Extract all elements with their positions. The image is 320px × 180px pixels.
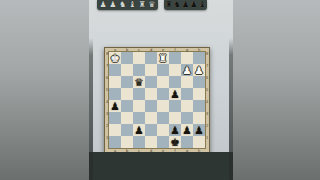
square-c7[interactable] — [133, 64, 145, 76]
square-b7[interactable] — [121, 64, 133, 76]
captured-white-bishop-icon: ♝ — [129, 0, 136, 10]
square-g8[interactable] — [181, 52, 193, 64]
square-a4[interactable]: ♟ — [109, 100, 121, 112]
black-pawn-a4[interactable]: ♟ — [109, 100, 121, 112]
square-c1[interactable] — [133, 136, 145, 148]
square-f2[interactable]: ♟ — [169, 124, 181, 136]
square-f1[interactable]: ♚ — [169, 136, 181, 148]
square-d3[interactable] — [145, 112, 157, 124]
square-e3[interactable] — [157, 112, 169, 124]
square-a7[interactable] — [109, 64, 121, 76]
captured-black-bishop-icon: ♝ — [199, 0, 206, 10]
square-h2[interactable]: ♟ — [193, 124, 205, 136]
captured-pieces-tray-white: ♟♟♞♝♜♛ — [97, 0, 158, 10]
square-d6[interactable] — [145, 76, 157, 88]
captured-black-pawn-icon: ♟ — [190, 0, 197, 10]
captured-white-queen-icon: ♛ — [148, 0, 155, 10]
square-e6[interactable] — [157, 76, 169, 88]
square-f7[interactable] — [169, 64, 181, 76]
square-c8[interactable] — [133, 52, 145, 64]
square-b3[interactable] — [121, 112, 133, 124]
black-pawn-f2[interactable]: ♟ — [169, 124, 181, 136]
square-d5[interactable] — [145, 88, 157, 100]
square-h7[interactable]: ♟ — [193, 64, 205, 76]
square-e2[interactable] — [157, 124, 169, 136]
board-grid: ♚♜♟♟♛♟♟♟♟♟♟♚ — [109, 52, 205, 148]
square-d1[interactable] — [145, 136, 157, 148]
square-a3[interactable] — [109, 112, 121, 124]
square-c2[interactable]: ♟ — [133, 124, 145, 136]
captured-white-knight-icon: ♞ — [119, 0, 126, 10]
chess-board: abcdefgh 87654321 87654321 abcdefgh ♚♜♟♟… — [104, 47, 210, 154]
square-e1[interactable] — [157, 136, 169, 148]
square-a5[interactable] — [109, 88, 121, 100]
black-king-f1[interactable]: ♚ — [169, 136, 181, 148]
square-h5[interactable] — [193, 88, 205, 100]
square-g5[interactable] — [181, 88, 193, 100]
square-d8[interactable] — [145, 52, 157, 64]
rank-labels-right: 87654321 — [205, 52, 209, 148]
captured-black-knight-icon: ♞ — [174, 0, 181, 10]
square-g7[interactable]: ♟ — [181, 64, 193, 76]
black-pawn-f5[interactable]: ♟ — [169, 88, 181, 100]
captured-pieces-tray-black: ♜♞♟♟♝ — [164, 0, 207, 10]
square-g2[interactable]: ♟ — [181, 124, 193, 136]
square-a8[interactable]: ♚ — [109, 52, 121, 64]
black-pawn-g2[interactable]: ♟ — [181, 124, 193, 136]
left-edge-shadow — [89, 38, 93, 180]
square-a1[interactable] — [109, 136, 121, 148]
square-f4[interactable] — [169, 100, 181, 112]
square-f6[interactable] — [169, 76, 181, 88]
captured-white-rook-icon: ♜ — [139, 0, 146, 10]
square-h6[interactable] — [193, 76, 205, 88]
square-e4[interactable] — [157, 100, 169, 112]
square-b1[interactable] — [121, 136, 133, 148]
square-d4[interactable] — [145, 100, 157, 112]
square-e8[interactable]: ♜ — [157, 52, 169, 64]
square-b6[interactable] — [121, 76, 133, 88]
captured-black-rook-icon: ♜ — [165, 0, 172, 10]
square-h1[interactable] — [193, 136, 205, 148]
square-b2[interactable] — [121, 124, 133, 136]
white-king-a8[interactable]: ♚ — [109, 52, 121, 64]
square-c4[interactable] — [133, 100, 145, 112]
white-pawn-g7[interactable]: ♟ — [181, 64, 193, 76]
black-pawn-c2[interactable]: ♟ — [133, 124, 145, 136]
square-g6[interactable] — [181, 76, 193, 88]
square-f5[interactable]: ♟ — [169, 88, 181, 100]
captured-black-pawn-icon: ♟ — [182, 0, 189, 10]
captured-white-pawn-icon: ♟ — [100, 0, 107, 10]
screenshot-stage: ♟♟♞♝♜♛ ♜♞♟♟♝ abcdefgh 87654321 87654321 … — [0, 0, 320, 180]
square-a6[interactable] — [109, 76, 121, 88]
square-c3[interactable] — [133, 112, 145, 124]
bottom-dark-panel — [89, 152, 233, 180]
square-b5[interactable] — [121, 88, 133, 100]
square-h4[interactable] — [193, 100, 205, 112]
coord-label: 1 — [205, 136, 209, 148]
square-f8[interactable] — [169, 52, 181, 64]
video-column: ♟♟♞♝♜♛ ♜♞♟♟♝ abcdefgh 87654321 87654321 … — [89, 0, 233, 180]
square-h3[interactable] — [193, 112, 205, 124]
square-e7[interactable] — [157, 64, 169, 76]
square-f3[interactable] — [169, 112, 181, 124]
square-b8[interactable] — [121, 52, 133, 64]
black-queen-c6[interactable]: ♛ — [133, 76, 145, 88]
square-e5[interactable] — [157, 88, 169, 100]
captured-white-pawn-icon: ♟ — [109, 0, 116, 10]
square-d2[interactable] — [145, 124, 157, 136]
square-d7[interactable] — [145, 64, 157, 76]
square-b4[interactable] — [121, 100, 133, 112]
square-g4[interactable] — [181, 100, 193, 112]
square-c6[interactable]: ♛ — [133, 76, 145, 88]
square-g1[interactable] — [181, 136, 193, 148]
right-edge-shadow — [229, 38, 233, 180]
white-pawn-h7[interactable]: ♟ — [193, 64, 205, 76]
square-h8[interactable] — [193, 52, 205, 64]
square-a2[interactable] — [109, 124, 121, 136]
black-pawn-h2[interactable]: ♟ — [193, 124, 205, 136]
white-rook-e8[interactable]: ♜ — [157, 52, 169, 64]
square-g3[interactable] — [181, 112, 193, 124]
square-c5[interactable] — [133, 88, 145, 100]
